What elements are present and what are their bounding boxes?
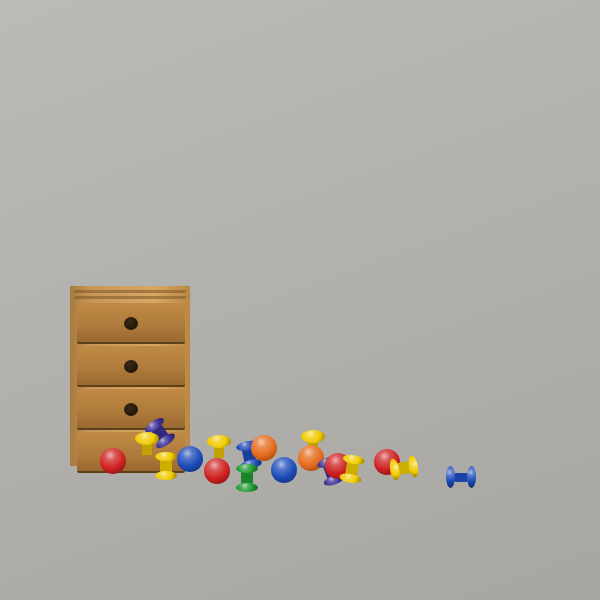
loose-piece-ball-blue[interactable] [269,456,299,484]
drawer-finger-hole[interactable] [124,317,138,330]
cabinet-vent-slot [74,296,186,299]
loose-piece-spool-yellow[interactable] [388,451,421,485]
cabinet-vent-slot [74,290,186,293]
loose-piece-ball-blue[interactable] [175,445,205,473]
drawer-finger-hole[interactable] [124,403,138,416]
peg-board [0,0,15,600]
loose-piece-spool-green[interactable] [232,464,262,492]
board-rod-slat [0,278,15,551]
loose-piece-spool-yellow[interactable] [335,453,369,486]
loose-piece-ball-red[interactable] [202,457,232,485]
loose-piece-dumbbell-blue[interactable] [446,463,476,491]
cabinet-drawer[interactable] [77,303,185,342]
board-rod-slat [0,551,15,600]
cabinet-drawer[interactable] [77,346,185,385]
drawer-finger-hole[interactable] [124,360,138,373]
scene-photo [0,0,600,600]
loose-piece-ball-red[interactable] [98,447,128,475]
